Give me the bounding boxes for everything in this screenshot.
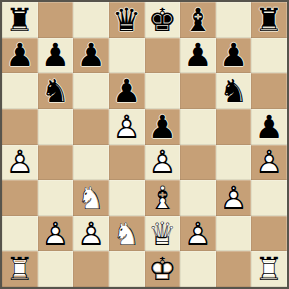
white-bishop-icon: ♝♗	[145, 180, 181, 216]
square-b5[interactable]	[38, 109, 74, 145]
square-c1[interactable]	[73, 251, 109, 287]
black-pawn-icon: ♟	[109, 73, 145, 109]
square-h8[interactable]: ♜	[251, 2, 287, 38]
black-bishop-icon: ♝	[180, 2, 216, 38]
square-c8[interactable]	[73, 2, 109, 38]
square-a6[interactable]	[2, 73, 38, 109]
black-rook-icon: ♜	[2, 2, 38, 38]
square-d2[interactable]: ♞♘	[109, 216, 145, 252]
black-pawn-icon: ♟	[38, 38, 74, 74]
square-h1[interactable]: ♜♖	[251, 251, 287, 287]
square-f6[interactable]	[180, 73, 216, 109]
square-c4[interactable]	[73, 145, 109, 181]
square-g7[interactable]: ♟	[216, 38, 252, 74]
white-pawn-icon: ♟♙	[73, 216, 109, 252]
square-d4[interactable]	[109, 145, 145, 181]
black-pawn-icon: ♟	[145, 109, 181, 145]
white-rook-icon: ♜♖	[2, 251, 38, 287]
square-g2[interactable]	[216, 216, 252, 252]
white-pawn-icon: ♟♙	[2, 145, 38, 181]
white-pawn-icon: ♟♙	[109, 109, 145, 145]
square-d8[interactable]: ♛	[109, 2, 145, 38]
square-e3[interactable]: ♝♗	[145, 180, 181, 216]
white-king-icon: ♚♔	[145, 251, 181, 287]
square-b7[interactable]: ♟	[38, 38, 74, 74]
white-pawn-icon: ♟♙	[38, 216, 74, 252]
square-b6[interactable]: ♞	[38, 73, 74, 109]
square-f8[interactable]: ♝	[180, 2, 216, 38]
square-h6[interactable]	[251, 73, 287, 109]
white-pawn-icon: ♟♙	[251, 145, 287, 181]
square-e4[interactable]: ♟♙	[145, 145, 181, 181]
square-g4[interactable]	[216, 145, 252, 181]
black-pawn-icon: ♟	[180, 38, 216, 74]
square-h3[interactable]	[251, 180, 287, 216]
square-f4[interactable]	[180, 145, 216, 181]
black-queen-icon: ♛	[109, 2, 145, 38]
square-f7[interactable]: ♟	[180, 38, 216, 74]
square-b4[interactable]	[38, 145, 74, 181]
square-h7[interactable]	[251, 38, 287, 74]
white-rook-icon: ♜♖	[251, 251, 287, 287]
square-e7[interactable]	[145, 38, 181, 74]
square-d3[interactable]	[109, 180, 145, 216]
square-g8[interactable]	[216, 2, 252, 38]
square-e2[interactable]: ♛♕	[145, 216, 181, 252]
white-pawn-icon: ♟♙	[216, 180, 252, 216]
square-f1[interactable]	[180, 251, 216, 287]
square-d7[interactable]	[109, 38, 145, 74]
square-c2[interactable]: ♟♙	[73, 216, 109, 252]
white-pawn-icon: ♟♙	[180, 216, 216, 252]
square-g1[interactable]	[216, 251, 252, 287]
white-knight-icon: ♞♘	[109, 216, 145, 252]
square-e1[interactable]: ♚♔	[145, 251, 181, 287]
square-c3[interactable]: ♞♘	[73, 180, 109, 216]
square-f5[interactable]	[180, 109, 216, 145]
square-g3[interactable]: ♟♙	[216, 180, 252, 216]
chess-board: ♜♛♚♝♜♟♟♟♟♟♞♟♞♟♙♟♟♟♙♟♙♟♙♞♘♝♗♟♙♟♙♟♙♞♘♛♕♟♙♜…	[0, 0, 289, 289]
square-g6[interactable]: ♞	[216, 73, 252, 109]
square-g5[interactable]	[216, 109, 252, 145]
square-h5[interactable]: ♟	[251, 109, 287, 145]
square-h4[interactable]: ♟♙	[251, 145, 287, 181]
square-a5[interactable]	[2, 109, 38, 145]
square-e5[interactable]: ♟	[145, 109, 181, 145]
black-pawn-icon: ♟	[251, 109, 287, 145]
square-e8[interactable]: ♚	[145, 2, 181, 38]
square-a2[interactable]	[2, 216, 38, 252]
square-b8[interactable]	[38, 2, 74, 38]
square-a1[interactable]: ♜♖	[2, 251, 38, 287]
white-pawn-icon: ♟♙	[145, 145, 181, 181]
white-queen-icon: ♛♕	[145, 216, 181, 252]
white-knight-icon: ♞♘	[73, 180, 109, 216]
square-d5[interactable]: ♟♙	[109, 109, 145, 145]
square-a4[interactable]: ♟♙	[2, 145, 38, 181]
square-c5[interactable]	[73, 109, 109, 145]
square-b2[interactable]: ♟♙	[38, 216, 74, 252]
square-f2[interactable]: ♟♙	[180, 216, 216, 252]
square-a7[interactable]: ♟	[2, 38, 38, 74]
square-c6[interactable]	[73, 73, 109, 109]
black-pawn-icon: ♟	[2, 38, 38, 74]
square-d6[interactable]: ♟	[109, 73, 145, 109]
black-king-icon: ♚	[145, 2, 181, 38]
square-e6[interactable]	[145, 73, 181, 109]
black-pawn-icon: ♟	[216, 38, 252, 74]
square-b3[interactable]	[38, 180, 74, 216]
black-knight-icon: ♞	[216, 73, 252, 109]
square-f3[interactable]	[180, 180, 216, 216]
square-d1[interactable]	[109, 251, 145, 287]
square-b1[interactable]	[38, 251, 74, 287]
black-rook-icon: ♜	[251, 2, 287, 38]
black-pawn-icon: ♟	[73, 38, 109, 74]
square-a3[interactable]	[2, 180, 38, 216]
square-a8[interactable]: ♜	[2, 2, 38, 38]
black-knight-icon: ♞	[38, 73, 74, 109]
square-h2[interactable]	[251, 216, 287, 252]
square-c7[interactable]: ♟	[73, 38, 109, 74]
